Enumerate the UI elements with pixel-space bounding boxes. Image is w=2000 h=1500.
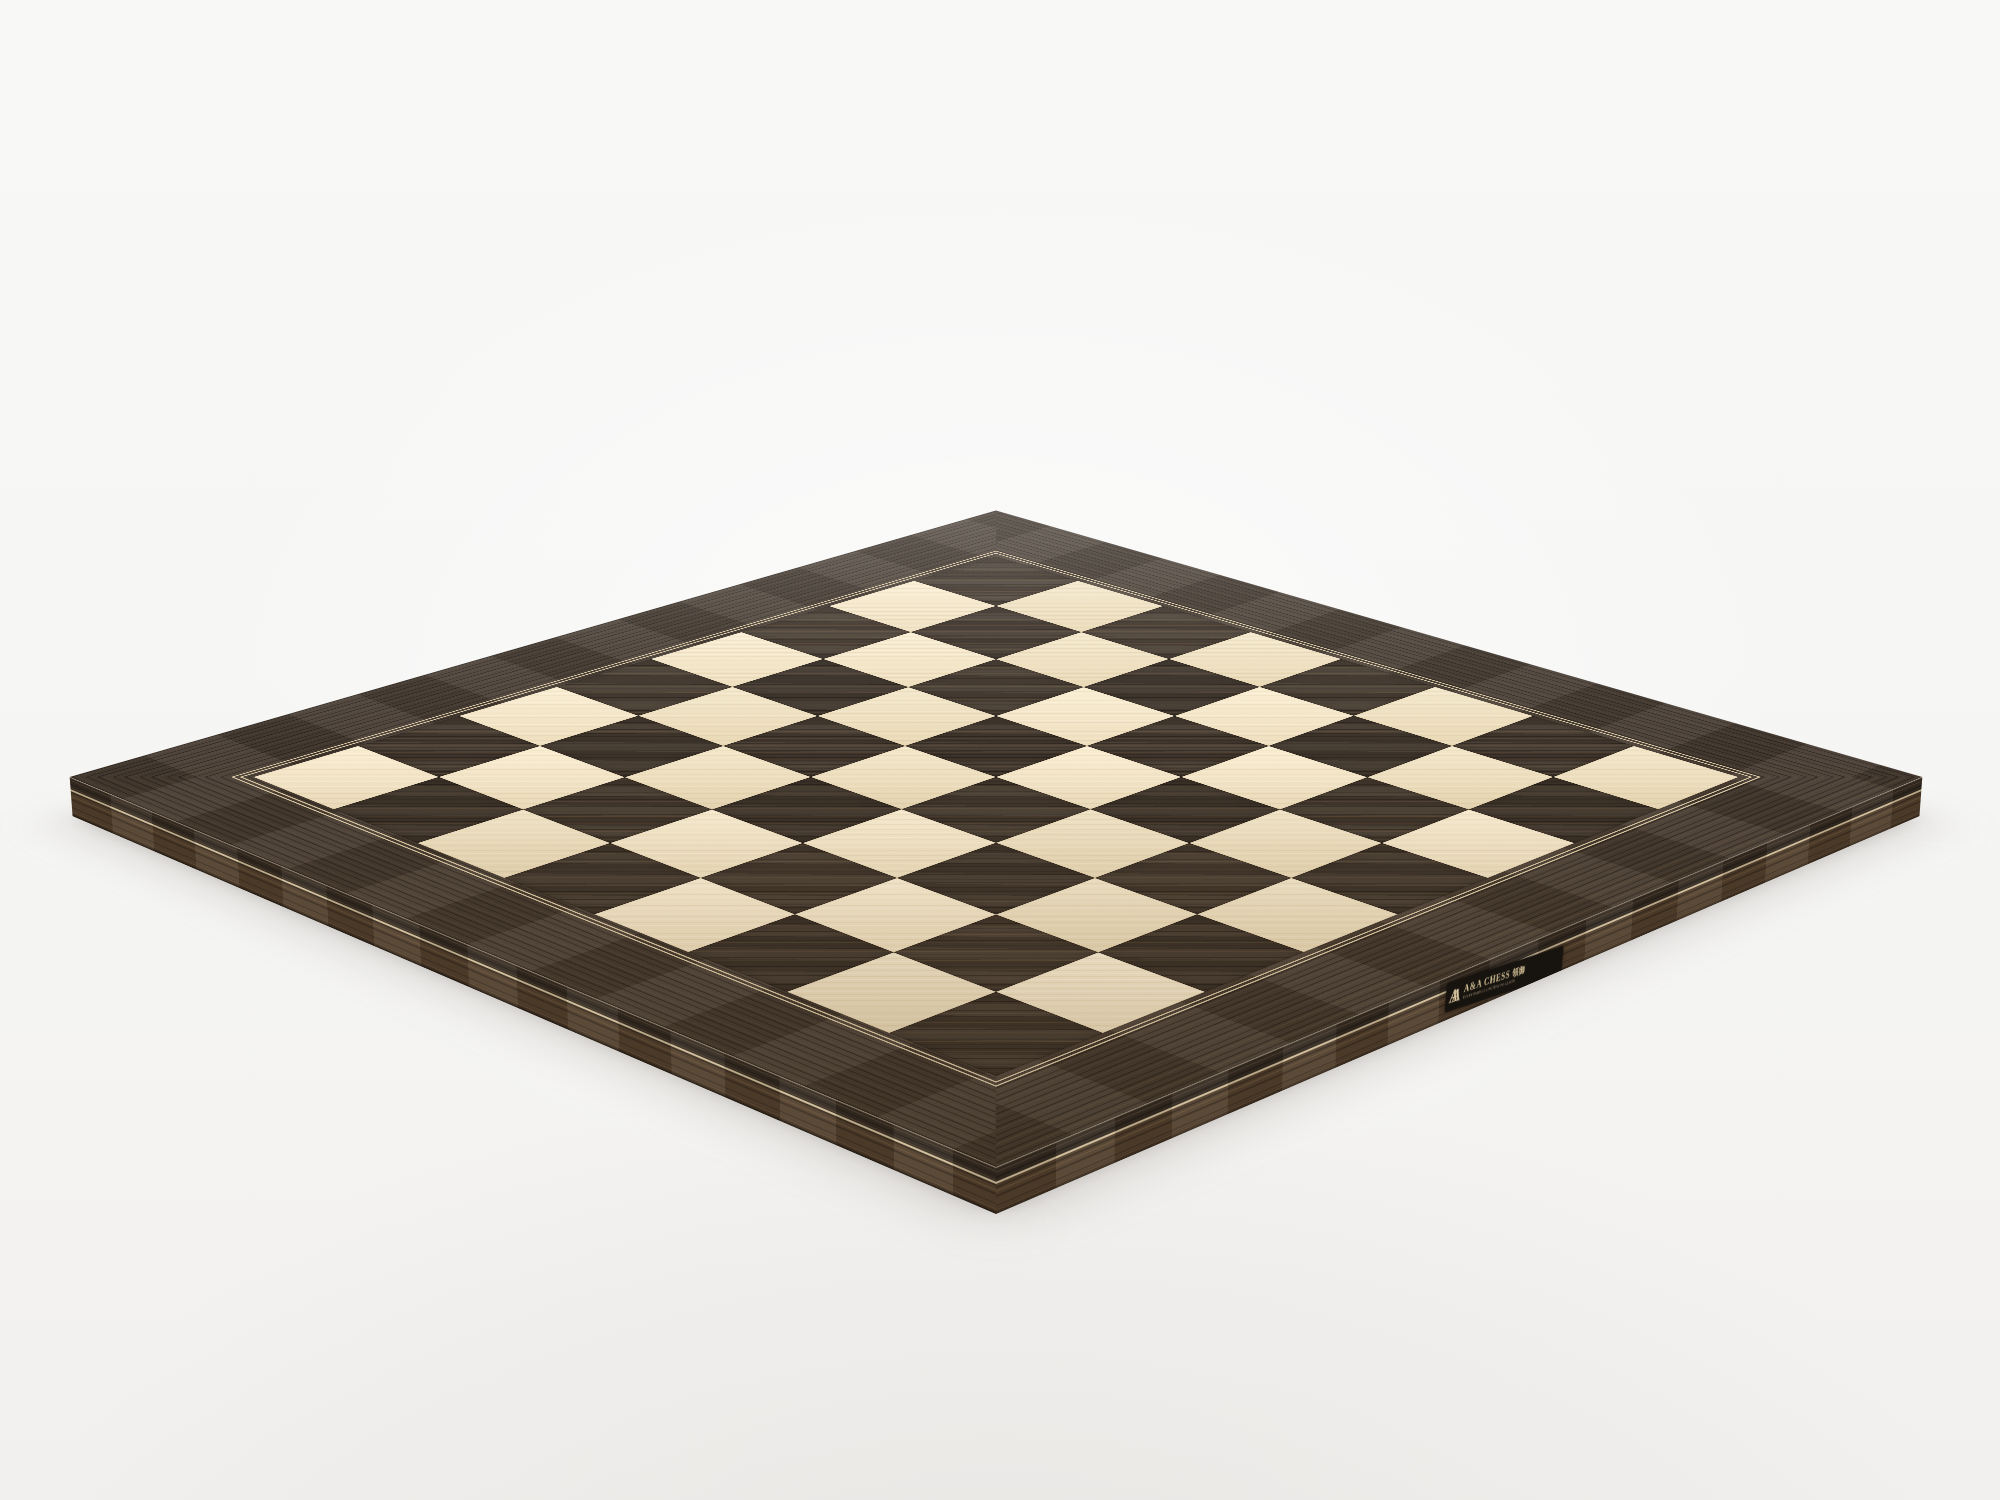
aa-monogram-logo-icon: AA — [1449, 984, 1461, 1005]
scene: AA A&A CHESS 領御 EVERY PAWN IS A POTENTIA… — [0, 0, 2000, 1500]
brand-name-cjk: 領御 — [1512, 964, 1525, 978]
board-top-face — [70, 511, 1923, 1168]
chess-board: AA A&A CHESS 領御 EVERY PAWN IS A POTENTIA… — [70, 511, 1923, 1168]
